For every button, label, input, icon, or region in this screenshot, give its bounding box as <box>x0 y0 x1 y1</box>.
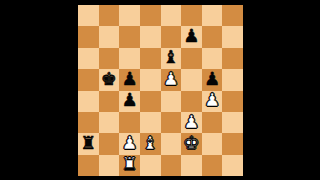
square-b1[interactable] <box>99 155 120 176</box>
square-d6[interactable] <box>140 48 161 69</box>
square-e2[interactable] <box>161 133 182 154</box>
square-f2[interactable]: ♚ <box>181 133 202 154</box>
square-h7[interactable] <box>222 26 243 47</box>
square-b8[interactable] <box>99 5 120 26</box>
square-d3[interactable] <box>140 112 161 133</box>
white-pawn: ♟ <box>204 91 220 109</box>
black-pawn: ♟ <box>204 70 220 88</box>
square-g4[interactable]: ♟ <box>202 91 223 112</box>
square-f3[interactable]: ♟ <box>181 112 202 133</box>
square-f6[interactable] <box>181 48 202 69</box>
square-e1[interactable] <box>161 155 182 176</box>
square-c8[interactable] <box>119 5 140 26</box>
black-rook: ♜ <box>80 134 96 152</box>
square-c7[interactable] <box>119 26 140 47</box>
white-rook: ♜ <box>121 155 137 173</box>
square-b4[interactable] <box>99 91 120 112</box>
square-a6[interactable] <box>78 48 99 69</box>
square-h4[interactable] <box>222 91 243 112</box>
square-b3[interactable] <box>99 112 120 133</box>
black-pawn: ♟ <box>121 70 137 88</box>
square-c6[interactable] <box>119 48 140 69</box>
square-d2[interactable]: ♝ <box>140 133 161 154</box>
square-e4[interactable] <box>161 91 182 112</box>
square-b7[interactable] <box>99 26 120 47</box>
square-e3[interactable] <box>161 112 182 133</box>
black-pawn: ♟ <box>121 91 137 109</box>
square-d1[interactable] <box>140 155 161 176</box>
square-a3[interactable] <box>78 112 99 133</box>
square-a5[interactable] <box>78 69 99 90</box>
square-c5[interactable]: ♟ <box>119 69 140 90</box>
square-g8[interactable] <box>202 5 223 26</box>
square-e8[interactable] <box>161 5 182 26</box>
square-a8[interactable] <box>78 5 99 26</box>
square-a2[interactable]: ♜ <box>78 133 99 154</box>
square-a1[interactable] <box>78 155 99 176</box>
square-g7[interactable] <box>202 26 223 47</box>
square-e5[interactable]: ♟ <box>161 69 182 90</box>
square-c4[interactable]: ♟ <box>119 91 140 112</box>
square-d8[interactable] <box>140 5 161 26</box>
square-b6[interactable] <box>99 48 120 69</box>
black-bishop: ♝ <box>163 48 179 66</box>
square-c3[interactable] <box>119 112 140 133</box>
square-a7[interactable] <box>78 26 99 47</box>
square-g3[interactable] <box>202 112 223 133</box>
square-h6[interactable] <box>222 48 243 69</box>
square-g6[interactable] <box>202 48 223 69</box>
square-h5[interactable] <box>222 69 243 90</box>
white-pawn: ♟ <box>121 134 137 152</box>
square-h3[interactable] <box>222 112 243 133</box>
square-f7[interactable]: ♟ <box>181 26 202 47</box>
square-f4[interactable] <box>181 91 202 112</box>
square-d7[interactable] <box>140 26 161 47</box>
screenshot-canvas: ♟♝♚♟♟♟♟♟♟♜♟♝♚♜ <box>0 0 320 180</box>
square-e7[interactable] <box>161 26 182 47</box>
white-king: ♚ <box>183 134 199 152</box>
chess-board: ♟♝♚♟♟♟♟♟♟♜♟♝♚♜ <box>78 5 243 176</box>
square-h1[interactable] <box>222 155 243 176</box>
square-g2[interactable] <box>202 133 223 154</box>
square-f1[interactable] <box>181 155 202 176</box>
square-a4[interactable] <box>78 91 99 112</box>
square-d5[interactable] <box>140 69 161 90</box>
white-bishop: ♝ <box>142 134 158 152</box>
white-pawn: ♟ <box>163 70 179 88</box>
black-pawn: ♟ <box>183 27 199 45</box>
square-h8[interactable] <box>222 5 243 26</box>
black-king: ♚ <box>101 70 117 88</box>
white-pawn: ♟ <box>183 113 199 131</box>
square-h2[interactable] <box>222 133 243 154</box>
square-e6[interactable]: ♝ <box>161 48 182 69</box>
square-b2[interactable] <box>99 133 120 154</box>
square-f5[interactable] <box>181 69 202 90</box>
square-d4[interactable] <box>140 91 161 112</box>
square-c2[interactable]: ♟ <box>119 133 140 154</box>
square-f8[interactable] <box>181 5 202 26</box>
square-g5[interactable]: ♟ <box>202 69 223 90</box>
square-g1[interactable] <box>202 155 223 176</box>
square-c1[interactable]: ♜ <box>119 155 140 176</box>
square-b5[interactable]: ♚ <box>99 69 120 90</box>
